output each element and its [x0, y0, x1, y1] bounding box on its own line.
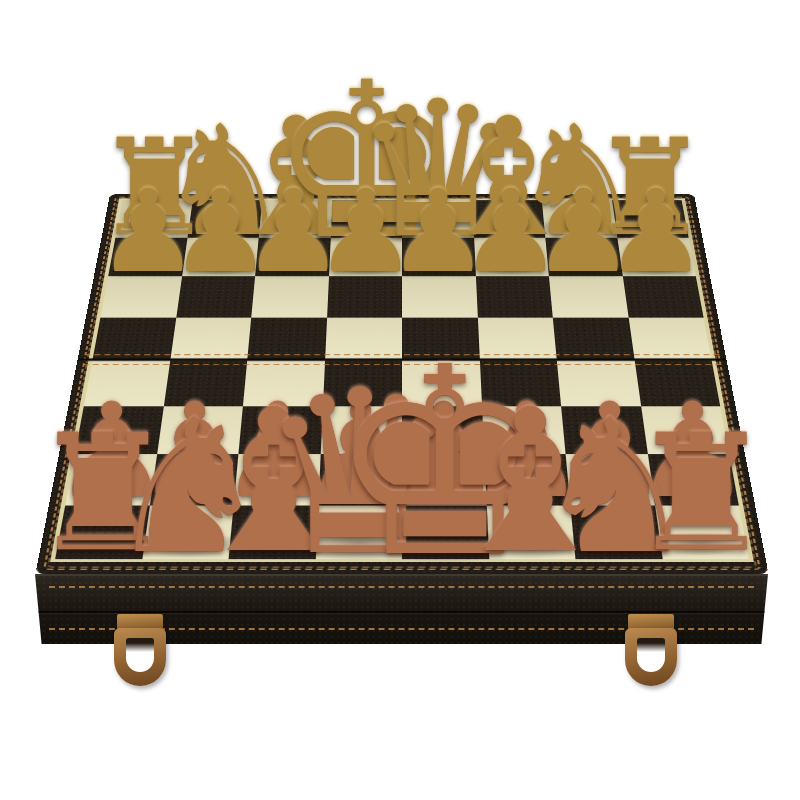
- box-top-surface: [35, 193, 768, 574]
- square-d1: [315, 505, 402, 559]
- square-a8: [115, 200, 192, 237]
- square-c5: [247, 317, 326, 360]
- square-g1: [570, 505, 662, 559]
- square-h6: [622, 276, 703, 317]
- square-a5: [92, 317, 175, 360]
- square-a7: [108, 237, 187, 276]
- square-g3: [561, 406, 647, 454]
- square-g8: [542, 200, 617, 237]
- square-c8: [259, 200, 332, 237]
- square-d5: [325, 317, 402, 360]
- square-e5: [402, 317, 479, 360]
- square-e3: [402, 406, 484, 454]
- square-h2: [647, 454, 738, 505]
- square-a2: [65, 454, 156, 505]
- square-d6: [327, 276, 402, 317]
- square-d2: [318, 454, 402, 505]
- square-b8: [187, 200, 262, 237]
- square-c4: [243, 360, 325, 406]
- square-f4: [479, 360, 561, 406]
- front-stitching-top: [49, 586, 754, 588]
- square-b6: [176, 276, 255, 317]
- square-d7: [329, 237, 402, 276]
- square-b7: [182, 237, 259, 276]
- square-b3: [157, 406, 243, 454]
- square-h5: [628, 317, 711, 360]
- square-a4: [84, 360, 170, 406]
- square-f3: [482, 406, 566, 454]
- square-c7: [255, 237, 330, 276]
- square-f5: [477, 317, 556, 360]
- square-f8: [472, 200, 545, 237]
- square-f1: [486, 505, 575, 559]
- latch-left: [113, 614, 167, 686]
- square-g6: [549, 276, 628, 317]
- square-h4: [634, 360, 720, 406]
- square-e2: [402, 454, 486, 505]
- square-g2: [566, 454, 655, 505]
- latch-right: [624, 614, 678, 686]
- square-g5: [553, 317, 634, 360]
- lid-base-seam: [35, 611, 768, 613]
- square-e8: [402, 200, 474, 237]
- chess-set-photo: ♜♞♝♚♛♝♞♜♟♟♟♟♟♟♟♟♟♟♟♟♟♟♟♟♜♞♝♛♚♝♞♜: [0, 0, 800, 800]
- square-b2: [149, 454, 238, 505]
- square-c1: [229, 505, 318, 559]
- square-d8: [330, 200, 402, 237]
- square-h8: [612, 200, 689, 237]
- square-a3: [75, 406, 164, 454]
- square-b4: [163, 360, 247, 406]
- square-e1: [402, 505, 489, 559]
- square-b1: [142, 505, 234, 559]
- square-a1: [55, 505, 149, 559]
- square-b5: [170, 317, 251, 360]
- square-e7: [402, 237, 475, 276]
- square-d4: [322, 360, 402, 406]
- square-f7: [474, 237, 549, 276]
- square-c3: [238, 406, 322, 454]
- square-c6: [251, 276, 328, 317]
- square-f2: [484, 454, 571, 505]
- square-e6: [402, 276, 477, 317]
- square-d3: [320, 406, 402, 454]
- square-h7: [617, 237, 696, 276]
- latch-right-ring: [625, 628, 677, 686]
- square-a6: [100, 276, 181, 317]
- square-e4: [402, 360, 482, 406]
- square-g7: [545, 237, 622, 276]
- square-c2: [234, 454, 321, 505]
- square-h1: [655, 505, 749, 559]
- latch-left-ring: [114, 628, 166, 686]
- square-g4: [557, 360, 641, 406]
- chess-board: [55, 200, 749, 559]
- square-f6: [475, 276, 552, 317]
- square-h3: [641, 406, 730, 454]
